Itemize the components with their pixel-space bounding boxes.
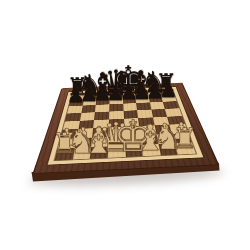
product-photo: ♜♞♝♛♚♝♞♜♟♟♟♟♟♟♟♟♟♟♟♟♟♟♟♟♜♞♝♛♚♝♞♜ — [0, 0, 250, 250]
square-h1 — [175, 143, 196, 155]
chess-board — [32, 83, 219, 174]
board-squares — [53, 88, 197, 161]
board-inner-border — [47, 87, 203, 165]
square-f1 — [141, 144, 160, 156]
square-c1 — [90, 147, 108, 159]
square-e1 — [124, 145, 142, 157]
square-a1 — [54, 148, 74, 160]
square-b1 — [72, 148, 91, 160]
square-d1 — [107, 146, 125, 158]
